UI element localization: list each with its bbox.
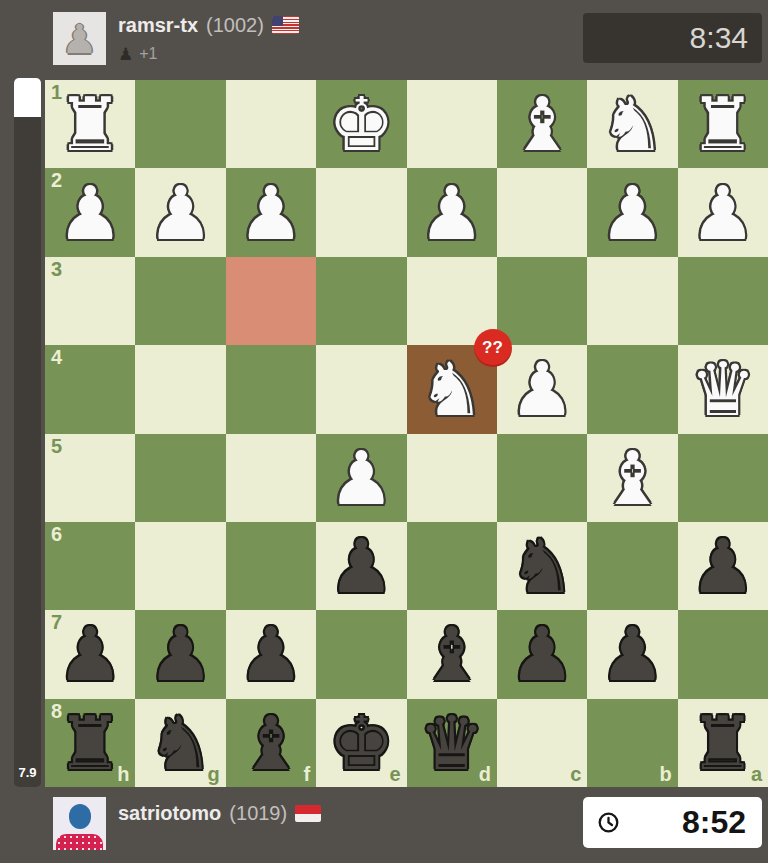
bottom-player-avatar[interactable]: [53, 797, 106, 850]
square-b5[interactable]: ♝: [587, 434, 677, 522]
square-e8[interactable]: e♚: [316, 699, 406, 787]
white-pawn[interactable]: ♟: [407, 168, 497, 256]
bottom-player-rating: (1019): [229, 802, 287, 825]
bottom-clock-time: 8:52: [682, 804, 746, 841]
square-b7[interactable]: ♟: [587, 610, 677, 698]
square-g6[interactable]: [135, 522, 225, 610]
white-pawn-avatar-icon: ♟: [62, 19, 98, 59]
black-king[interactable]: ♚: [316, 699, 406, 787]
bottom-player-name: satriotomo: [118, 802, 221, 825]
square-f2[interactable]: ♟: [226, 168, 316, 256]
bottom-player-name-line: satriotomo (1019): [118, 801, 321, 825]
evaluation-bar: 7.9: [14, 78, 41, 787]
rank-label-4: 4: [51, 347, 62, 367]
black-pawn[interactable]: ♟: [587, 610, 677, 698]
top-player-rating: (1002): [206, 14, 264, 37]
square-b8[interactable]: b: [587, 699, 677, 787]
rank-label-5: 5: [51, 436, 62, 456]
square-f5[interactable]: [226, 434, 316, 522]
square-d7[interactable]: ♝: [407, 610, 497, 698]
black-pawn[interactable]: ♟: [135, 610, 225, 698]
square-d6[interactable]: [407, 522, 497, 610]
square-a4[interactable]: ♛: [678, 345, 768, 433]
square-g4[interactable]: [135, 345, 225, 433]
indonesia-flag-icon: [295, 805, 321, 822]
blunder-badge: ??: [474, 329, 512, 367]
captured-black-pawn-icon: ♟: [118, 46, 133, 63]
white-rook[interactable]: ♜: [678, 80, 768, 168]
square-h3[interactable]: 3: [45, 257, 135, 345]
white-bishop[interactable]: ♝: [587, 434, 677, 522]
square-c4[interactable]: ♟: [497, 345, 587, 433]
square-f7[interactable]: ♟: [226, 610, 316, 698]
square-g1[interactable]: [135, 80, 225, 168]
square-g2[interactable]: ♟: [135, 168, 225, 256]
white-rook[interactable]: ♜: [45, 80, 135, 168]
top-player-clock: 8:34: [583, 13, 762, 63]
square-b4[interactable]: [587, 345, 677, 433]
square-f1[interactable]: [226, 80, 316, 168]
captured-pieces: ♟ +1: [118, 44, 158, 64]
square-b2[interactable]: ♟: [587, 168, 677, 256]
square-e6[interactable]: ♟: [316, 522, 406, 610]
black-pawn[interactable]: ♟: [45, 610, 135, 698]
file-label-c: c: [570, 764, 581, 784]
square-c8[interactable]: c: [497, 699, 587, 787]
eval-score: 7.9: [14, 765, 41, 780]
black-rook[interactable]: ♜: [45, 699, 135, 787]
avatar-shirt: [56, 834, 103, 850]
white-king[interactable]: ♚: [316, 80, 406, 168]
square-c5[interactable]: [497, 434, 587, 522]
white-pawn[interactable]: ♟: [678, 168, 768, 256]
square-e2[interactable]: [316, 168, 406, 256]
square-d8[interactable]: d♛: [407, 699, 497, 787]
square-g3[interactable]: [135, 257, 225, 345]
top-player-avatar[interactable]: ♟: [53, 12, 106, 65]
square-f4[interactable]: [226, 345, 316, 433]
square-e4[interactable]: [316, 345, 406, 433]
square-b1[interactable]: ♞: [587, 80, 677, 168]
square-h4[interactable]: 4: [45, 345, 135, 433]
eval-white-segment: [14, 78, 41, 117]
square-h1[interactable]: 1♜: [45, 80, 135, 168]
square-b3[interactable]: [587, 257, 677, 345]
square-a1[interactable]: ♜: [678, 80, 768, 168]
file-label-b: b: [659, 764, 671, 784]
us-flag-icon: [272, 16, 299, 34]
square-h2[interactable]: 2♟: [45, 168, 135, 256]
square-d4[interactable]: ♞??: [407, 345, 497, 433]
square-e1[interactable]: ♚: [316, 80, 406, 168]
square-h8[interactable]: 8h♜: [45, 699, 135, 787]
white-pawn[interactable]: ♟: [45, 168, 135, 256]
black-pawn[interactable]: ♟: [316, 522, 406, 610]
square-g7[interactable]: ♟: [135, 610, 225, 698]
black-rook[interactable]: ♜: [678, 699, 768, 787]
rank-label-6: 6: [51, 524, 62, 544]
black-pawn[interactable]: ♟: [678, 522, 768, 610]
white-pawn[interactable]: ♟: [316, 434, 406, 522]
white-knight[interactable]: ♞: [587, 80, 677, 168]
square-f3[interactable]: [226, 257, 316, 345]
black-knight[interactable]: ♞: [135, 699, 225, 787]
captured-count: +1: [139, 45, 157, 63]
square-d2[interactable]: ♟: [407, 168, 497, 256]
chess-app-screen: ♟ ramsr-tx (1002) ♟ +1 8:34 7.9 1♜♚♝♞♜2♟…: [0, 0, 768, 863]
black-pawn[interactable]: ♟: [497, 610, 587, 698]
square-h5[interactable]: 5: [45, 434, 135, 522]
square-c1[interactable]: ♝: [497, 80, 587, 168]
clock-icon: [597, 811, 620, 834]
square-a5[interactable]: [678, 434, 768, 522]
square-e7[interactable]: [316, 610, 406, 698]
square-h6[interactable]: 6: [45, 522, 135, 610]
white-pawn[interactable]: ♟: [226, 168, 316, 256]
bottom-player-clock: 8:52: [583, 797, 762, 848]
square-d5[interactable]: [407, 434, 497, 522]
square-c7[interactable]: ♟: [497, 610, 587, 698]
square-f8[interactable]: f♝: [226, 699, 316, 787]
square-a8[interactable]: a♜: [678, 699, 768, 787]
black-knight[interactable]: ♞: [497, 522, 587, 610]
square-f6[interactable]: [226, 522, 316, 610]
white-pawn[interactable]: ♟: [135, 168, 225, 256]
black-pawn[interactable]: ♟: [226, 610, 316, 698]
square-b6[interactable]: [587, 522, 677, 610]
white-queen[interactable]: ♛: [678, 345, 768, 433]
square-e5[interactable]: ♟: [316, 434, 406, 522]
avatar-head: [69, 804, 91, 829]
square-c3[interactable]: [497, 257, 587, 345]
square-a7[interactable]: [678, 610, 768, 698]
square-g8[interactable]: g♞: [135, 699, 225, 787]
square-a6[interactable]: ♟: [678, 522, 768, 610]
square-g5[interactable]: [135, 434, 225, 522]
black-queen[interactable]: ♛: [407, 699, 497, 787]
white-bishop[interactable]: ♝: [497, 80, 587, 168]
top-player-name-line: ramsr-tx (1002): [118, 13, 299, 37]
square-c6[interactable]: ♞: [497, 522, 587, 610]
square-e3[interactable]: [316, 257, 406, 345]
white-pawn[interactable]: ♟: [497, 345, 587, 433]
square-c2[interactable]: [497, 168, 587, 256]
rank-label-3: 3: [51, 259, 62, 279]
square-h7[interactable]: 7♟: [45, 610, 135, 698]
white-pawn[interactable]: ♟: [587, 168, 677, 256]
square-a3[interactable]: [678, 257, 768, 345]
chess-board: 1♜♚♝♞♜2♟♟♟♟♟♟34♞??♟♛5♟♝6♟♞♟7♟♟♟♝♟♟8h♜g♞f…: [45, 80, 768, 787]
black-bishop[interactable]: ♝: [407, 610, 497, 698]
black-bishop[interactable]: ♝: [226, 699, 316, 787]
square-a2[interactable]: ♟: [678, 168, 768, 256]
square-d1[interactable]: [407, 80, 497, 168]
top-player-name: ramsr-tx: [118, 14, 198, 37]
